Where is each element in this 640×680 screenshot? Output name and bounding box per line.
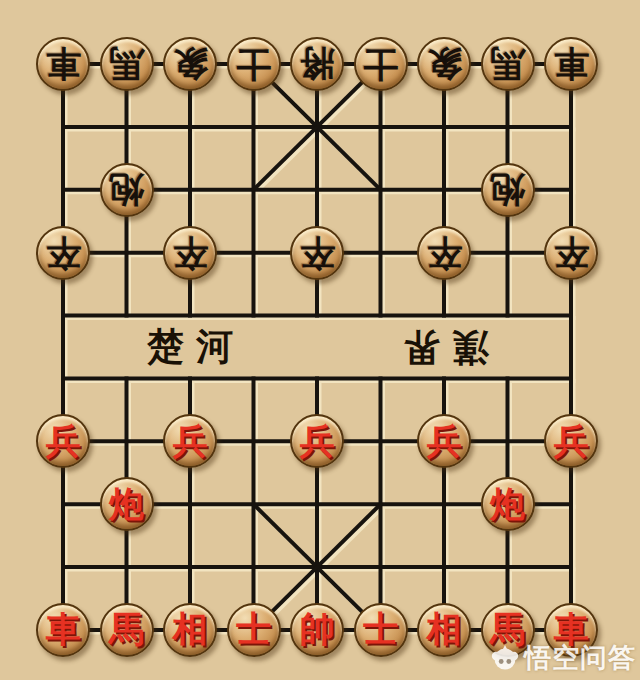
piece-black-cannon[interactable]: 炮 xyxy=(100,163,154,217)
intersection-1-8[interactable] xyxy=(95,536,159,599)
intersection-1-0[interactable]: 馬 xyxy=(95,33,159,96)
piece-glyph: 卒 xyxy=(427,235,462,270)
intersection-8-2[interactable] xyxy=(539,158,603,221)
piece-glyph: 兵 xyxy=(46,424,81,459)
piece-red-elephant[interactable]: 相 xyxy=(163,603,217,657)
piece-glyph: 將 xyxy=(300,46,335,81)
intersection-5-1[interactable] xyxy=(349,95,413,158)
intersection-8-6[interactable]: 兵 xyxy=(539,410,603,473)
piece-black-soldier[interactable]: 卒 xyxy=(544,226,598,280)
piece-glyph: 車 xyxy=(46,46,81,81)
piece-black-elephant[interactable]: 象 xyxy=(163,37,217,91)
piece-glyph: 炮 xyxy=(490,487,525,522)
piece-glyph: 卒 xyxy=(46,235,81,270)
piece-glyph: 兵 xyxy=(554,424,589,459)
intersection-6-8[interactable] xyxy=(412,536,476,599)
piece-red-horse[interactable]: 馬 xyxy=(100,603,154,657)
intersection-1-7[interactable]: 炮 xyxy=(95,473,159,536)
intersection-2-8[interactable] xyxy=(158,536,222,599)
wukong-monkey-logo-icon xyxy=(489,642,521,674)
piece-black-soldier[interactable]: 卒 xyxy=(417,226,471,280)
piece-red-chariot[interactable]: 車 xyxy=(36,603,90,657)
piece-glyph: 炮 xyxy=(109,172,144,207)
piece-glyph: 車 xyxy=(46,612,81,647)
intersection-4-7[interactable] xyxy=(285,473,349,536)
intersection-2-3[interactable]: 卒 xyxy=(158,221,222,284)
piece-black-soldier[interactable]: 卒 xyxy=(290,226,344,280)
intersection-5-0[interactable]: 士 xyxy=(349,33,413,96)
piece-red-soldier[interactable]: 兵 xyxy=(417,414,471,468)
intersection-4-2[interactable] xyxy=(285,158,349,221)
piece-glyph: 士 xyxy=(363,46,398,81)
intersection-8-1[interactable] xyxy=(539,95,603,158)
piece-glyph: 象 xyxy=(173,46,208,81)
intersection-3-6[interactable] xyxy=(222,410,286,473)
piece-glyph: 兵 xyxy=(173,424,208,459)
intersection-0-1[interactable] xyxy=(31,95,95,158)
intersection-0-6[interactable]: 兵 xyxy=(31,410,95,473)
intersection-0-4[interactable] xyxy=(31,284,95,347)
river-label-left: 楚河 xyxy=(147,322,245,372)
piece-red-soldier[interactable]: 兵 xyxy=(544,414,598,468)
piece-glyph: 士 xyxy=(236,46,271,81)
intersection-0-2[interactable] xyxy=(31,158,95,221)
piece-black-soldier[interactable]: 卒 xyxy=(36,226,90,280)
intersection-6-6[interactable]: 兵 xyxy=(412,410,476,473)
piece-black-elephant[interactable]: 象 xyxy=(417,37,471,91)
intersection-2-0[interactable]: 象 xyxy=(158,33,222,96)
intersection-8-8[interactable] xyxy=(539,536,603,599)
intersection-4-4[interactable] xyxy=(285,284,349,347)
intersection-0-9[interactable]: 車 xyxy=(31,598,95,661)
intersection-4-9[interactable]: 帥 xyxy=(285,598,349,661)
intersection-1-3[interactable] xyxy=(95,221,159,284)
intersection-5-9[interactable]: 士 xyxy=(349,598,413,661)
intersection-7-2[interactable]: 炮 xyxy=(476,158,540,221)
intersection-7-7[interactable]: 炮 xyxy=(476,473,540,536)
intersection-2-2[interactable] xyxy=(158,158,222,221)
intersection-6-0[interactable]: 象 xyxy=(412,33,476,96)
intersection-1-2[interactable]: 炮 xyxy=(95,158,159,221)
piece-glyph: 馬 xyxy=(490,46,525,81)
intersection-3-0[interactable]: 士 xyxy=(222,33,286,96)
intersection-8-4[interactable] xyxy=(539,284,603,347)
intersection-7-1[interactable] xyxy=(476,95,540,158)
intersection-8-0[interactable]: 車 xyxy=(539,33,603,96)
watermark-text: 悟空问答 xyxy=(524,640,636,676)
intersection-2-7[interactable] xyxy=(158,473,222,536)
piece-red-advisor[interactable]: 士 xyxy=(354,603,408,657)
piece-glyph: 馬 xyxy=(109,46,144,81)
river-label-right: 漢界 xyxy=(391,322,489,372)
piece-black-general[interactable]: 將 xyxy=(290,37,344,91)
intersection-4-0[interactable]: 將 xyxy=(285,33,349,96)
piece-red-cannon[interactable]: 炮 xyxy=(481,477,535,531)
piece-black-advisor[interactable]: 士 xyxy=(227,37,281,91)
piece-glyph: 相 xyxy=(427,612,462,647)
piece-glyph: 兵 xyxy=(427,424,462,459)
intersection-4-8[interactable] xyxy=(285,536,349,599)
piece-glyph: 卒 xyxy=(300,235,335,270)
piece-glyph: 兵 xyxy=(300,424,335,459)
piece-glyph: 卒 xyxy=(173,235,208,270)
piece-black-chariot[interactable]: 車 xyxy=(544,37,598,91)
piece-glyph: 炮 xyxy=(490,172,525,207)
intersection-0-5[interactable] xyxy=(31,347,95,410)
intersection-0-3[interactable]: 卒 xyxy=(31,221,95,284)
intersection-8-3[interactable]: 卒 xyxy=(539,221,603,284)
intersection-5-8[interactable] xyxy=(349,536,413,599)
intersection-5-6[interactable] xyxy=(349,410,413,473)
piece-black-horse[interactable]: 馬 xyxy=(481,37,535,91)
piece-black-advisor[interactable]: 士 xyxy=(354,37,408,91)
piece-red-soldier[interactable]: 兵 xyxy=(36,414,90,468)
board-grid: 車馬象士將士象馬車炮炮卒卒卒卒卒兵兵兵兵兵炮炮車馬相士帥士相馬車 xyxy=(31,33,603,662)
piece-red-elephant[interactable]: 相 xyxy=(417,603,471,657)
intersection-1-6[interactable] xyxy=(95,410,159,473)
intersection-4-3[interactable]: 卒 xyxy=(285,221,349,284)
piece-glyph: 車 xyxy=(554,46,589,81)
intersection-6-7[interactable] xyxy=(412,473,476,536)
piece-black-horse[interactable]: 馬 xyxy=(100,37,154,91)
intersection-3-3[interactable] xyxy=(222,221,286,284)
intersection-3-1[interactable] xyxy=(222,95,286,158)
intersection-0-8[interactable] xyxy=(31,536,95,599)
intersection-2-6[interactable]: 兵 xyxy=(158,410,222,473)
piece-glyph: 士 xyxy=(236,612,271,647)
intersection-0-0[interactable]: 車 xyxy=(31,33,95,96)
piece-black-chariot[interactable]: 車 xyxy=(36,37,90,91)
intersection-8-5[interactable] xyxy=(539,347,603,410)
intersection-1-9[interactable]: 馬 xyxy=(95,598,159,661)
intersection-2-9[interactable]: 相 xyxy=(158,598,222,661)
piece-glyph: 帥 xyxy=(300,612,335,647)
intersection-6-1[interactable] xyxy=(412,95,476,158)
intersection-5-7[interactable] xyxy=(349,473,413,536)
piece-glyph: 士 xyxy=(363,612,398,647)
intersection-1-1[interactable] xyxy=(95,95,159,158)
piece-glyph: 象 xyxy=(427,46,462,81)
piece-glyph: 卒 xyxy=(554,235,589,270)
intersection-8-7[interactable] xyxy=(539,473,603,536)
intersection-2-1[interactable] xyxy=(158,95,222,158)
piece-black-cannon[interactable]: 炮 xyxy=(481,163,535,217)
intersection-3-2[interactable] xyxy=(222,158,286,221)
intersection-6-2[interactable] xyxy=(412,158,476,221)
intersection-5-2[interactable] xyxy=(349,158,413,221)
intersection-3-9[interactable]: 士 xyxy=(222,598,286,661)
piece-red-general[interactable]: 帥 xyxy=(290,603,344,657)
intersection-5-3[interactable] xyxy=(349,221,413,284)
piece-glyph: 馬 xyxy=(109,612,144,647)
intersection-4-1[interactable] xyxy=(285,95,349,158)
intersection-4-5[interactable] xyxy=(285,347,349,410)
intersection-6-3[interactable]: 卒 xyxy=(412,221,476,284)
intersection-3-7[interactable] xyxy=(222,473,286,536)
piece-red-cannon[interactable]: 炮 xyxy=(100,477,154,531)
intersection-3-8[interactable] xyxy=(222,536,286,599)
intersection-7-8[interactable] xyxy=(476,536,540,599)
piece-black-soldier[interactable]: 卒 xyxy=(163,226,217,280)
intersection-7-3[interactable] xyxy=(476,221,540,284)
intersection-0-7[interactable] xyxy=(31,473,95,536)
intersection-7-0[interactable]: 馬 xyxy=(476,33,540,96)
piece-glyph: 相 xyxy=(173,612,208,647)
intersection-7-6[interactable] xyxy=(476,410,540,473)
intersection-4-6[interactable]: 兵 xyxy=(285,410,349,473)
piece-red-soldier[interactable]: 兵 xyxy=(163,414,217,468)
xiangqi-board: 楚河 漢界 車馬象士將士象馬車炮炮卒卒卒卒卒兵兵兵兵兵炮炮車馬相士帥士相馬車 悟… xyxy=(0,0,640,680)
piece-red-soldier[interactable]: 兵 xyxy=(290,414,344,468)
piece-red-advisor[interactable]: 士 xyxy=(227,603,281,657)
watermark: 悟空问答 xyxy=(489,640,636,676)
piece-glyph: 炮 xyxy=(109,487,144,522)
intersection-6-9[interactable]: 相 xyxy=(412,598,476,661)
